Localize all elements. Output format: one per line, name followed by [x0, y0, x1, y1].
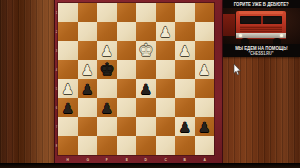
square[interactable] — [117, 79, 137, 98]
square[interactable]: ♟ — [136, 79, 156, 98]
square[interactable]: ♟ — [97, 98, 117, 117]
square[interactable] — [156, 98, 176, 117]
video-bottom-edge — [0, 163, 300, 168]
square[interactable]: ♟ — [195, 60, 215, 79]
wood-background-left — [0, 0, 56, 168]
square[interactable]: ♚ — [97, 60, 117, 79]
square[interactable]: ♟ — [78, 79, 98, 98]
truck-grille — [240, 26, 282, 32]
square[interactable] — [136, 117, 156, 136]
white-pawn[interactable]: ♟ — [61, 82, 74, 96]
square[interactable] — [117, 41, 137, 60]
square[interactable]: ♚ — [136, 41, 156, 60]
black-pawn[interactable]: ♟ — [178, 120, 191, 134]
square[interactable] — [78, 22, 98, 41]
truck-wheel-left — [241, 38, 249, 44]
square[interactable]: ♟ — [156, 22, 176, 41]
square[interactable] — [58, 22, 78, 41]
fire-truck-image — [223, 8, 300, 44]
file-label: F — [101, 157, 112, 162]
meme-bottom-bar: МЫ ЕДЕМ НА ПОМОЩЬ! "CHESS1.RU" — [223, 44, 300, 57]
square[interactable] — [175, 3, 195, 22]
square[interactable] — [175, 60, 195, 79]
square[interactable] — [97, 22, 117, 41]
truck-roof — [239, 11, 283, 14]
square[interactable]: ♟ — [78, 60, 98, 79]
square[interactable] — [58, 60, 78, 79]
square[interactable] — [136, 22, 156, 41]
black-pawn[interactable]: ♟ — [139, 82, 152, 96]
square[interactable] — [195, 3, 215, 22]
square[interactable] — [136, 60, 156, 79]
square[interactable] — [136, 3, 156, 22]
square[interactable] — [195, 79, 215, 98]
square[interactable] — [156, 60, 176, 79]
square[interactable]: ♟ — [58, 98, 78, 117]
square[interactable] — [97, 3, 117, 22]
square[interactable] — [156, 136, 176, 155]
square[interactable] — [117, 136, 137, 155]
square[interactable] — [117, 22, 137, 41]
file-label: E — [121, 157, 132, 162]
file-label: G — [82, 157, 93, 162]
square[interactable] — [58, 41, 78, 60]
file-label: B — [179, 157, 190, 162]
file-label: A — [199, 157, 210, 162]
square[interactable] — [156, 79, 176, 98]
file-label: C — [160, 157, 171, 162]
square[interactable] — [78, 41, 98, 60]
square[interactable]: ♟ — [195, 117, 215, 136]
square[interactable]: ♟ — [97, 41, 117, 60]
square[interactable] — [136, 136, 156, 155]
truck-side — [223, 14, 235, 36]
meme-top-bar: ГОРИТЕ УЖЕ В ДЕБЮТЕ? — [223, 0, 300, 8]
black-pawn[interactable]: ♟ — [198, 120, 211, 134]
square[interactable] — [156, 41, 176, 60]
meme-bottom-text: МЫ ЕДЕМ НА ПОМОЩЬ! — [235, 45, 287, 50]
square[interactable] — [97, 136, 117, 155]
square[interactable] — [58, 117, 78, 136]
square[interactable] — [175, 98, 195, 117]
black-pawn[interactable]: ♟ — [81, 82, 94, 96]
square[interactable] — [195, 98, 215, 117]
square[interactable] — [136, 98, 156, 117]
truck-wheel-right — [273, 38, 281, 44]
square[interactable] — [195, 41, 215, 60]
square[interactable] — [156, 3, 176, 22]
video-frame: 12345678 ♟♟♚♟♟♚♟♟♟♟♟♟♟♟ HGFEDCBA ГОРИТЕ … — [0, 0, 300, 168]
square[interactable] — [175, 79, 195, 98]
mouse-cursor — [233, 62, 241, 74]
square[interactable] — [58, 136, 78, 155]
white-pawn[interactable]: ♟ — [178, 44, 191, 58]
square[interactable] — [78, 136, 98, 155]
black-pawn[interactable]: ♟ — [100, 101, 113, 115]
meme-top-text: ГОРИТЕ УЖЕ В ДЕБЮТЕ? — [234, 2, 289, 7]
square[interactable] — [175, 136, 195, 155]
square[interactable] — [58, 3, 78, 22]
square[interactable] — [117, 60, 137, 79]
white-pawn[interactable]: ♟ — [198, 63, 211, 77]
square[interactable]: ♟ — [175, 41, 195, 60]
square[interactable] — [78, 117, 98, 136]
truck-headlight-left — [239, 34, 242, 37]
black-pawn[interactable]: ♟ — [61, 101, 74, 115]
file-label: D — [140, 157, 151, 162]
square[interactable] — [156, 117, 176, 136]
square[interactable] — [195, 22, 215, 41]
square[interactable] — [78, 3, 98, 22]
truck-windshield — [240, 16, 282, 24]
white-pawn[interactable]: ♟ — [81, 63, 94, 77]
square[interactable] — [117, 3, 137, 22]
square[interactable]: ♟ — [58, 79, 78, 98]
chess-board[interactable]: 12345678 ♟♟♚♟♟♚♟♟♟♟♟♟♟♟ HGFEDCBA — [55, 0, 222, 164]
white-pawn[interactable]: ♟ — [100, 44, 113, 58]
white-pawn[interactable]: ♟ — [159, 25, 172, 39]
square[interactable] — [117, 98, 137, 117]
square[interactable] — [195, 136, 215, 155]
meme-site-text: "CHESS1.RU" — [249, 51, 274, 56]
white-king[interactable]: ♚ — [138, 42, 153, 59]
square[interactable] — [175, 22, 195, 41]
square[interactable] — [117, 117, 137, 136]
board-grid[interactable]: ♟♟♚♟♟♚♟♟♟♟♟♟♟♟ — [58, 3, 214, 155]
truck-headlight-right — [280, 34, 283, 37]
square[interactable] — [97, 79, 117, 98]
black-king[interactable]: ♚ — [99, 61, 114, 78]
file-label: H — [62, 157, 73, 162]
square[interactable] — [78, 98, 98, 117]
meme-overlay: ГОРИТЕ УЖЕ В ДЕБЮТЕ? МЫ ЕДЕМ НА ПОМОЩЬ! … — [223, 0, 300, 57]
square[interactable]: ♟ — [175, 117, 195, 136]
square[interactable] — [97, 117, 117, 136]
